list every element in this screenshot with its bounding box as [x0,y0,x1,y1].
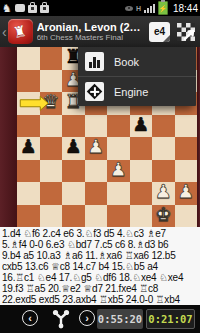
square-b3[interactable] [40,160,63,183]
square-c5[interactable] [62,115,85,138]
header-titles: Aronian, Levon (2… 6th Chess Masters Fin… [37,21,147,43]
square-g2[interactable]: ♟ [152,182,175,205]
game-title: Aronian, Levon (2… [37,21,147,33]
white-queen-b6: ♛ [42,91,59,114]
square-f2[interactable] [130,182,153,205]
app-logo-icon[interactable]: ♜ [8,19,33,44]
square-b5[interactable] [40,115,63,138]
bag-notification-icon-2 [40,5,49,13]
square-g3[interactable] [152,160,175,183]
bar-chart-icon [85,52,104,71]
square-h4[interactable] [175,137,198,160]
square-a3[interactable] [17,160,40,183]
square-b6[interactable]: ♛ [40,92,63,115]
green-clock: 0:21:07 [146,309,195,329]
black-pawn-f5: ♟ [132,114,149,137]
menu-item-book[interactable]: Book [78,47,196,76]
square-f5[interactable]: ♟ [130,115,153,138]
square-b1[interactable] [40,205,63,228]
move-line[interactable]: 5.♗f4 0-0 6.e3 ♘bd7 7.c5 c6 8.♗d3 b6 [2,239,198,250]
smart-stay-eye-icon [125,6,133,11]
badge-corner-fold [163,35,170,42]
menu-item-book-label: Book [114,56,139,68]
black-pawn-a4: ♟ [20,136,37,159]
square-g4[interactable] [152,137,175,160]
event-subtitle: 6th Chess Masters Final [37,33,147,43]
square-f4[interactable] [130,137,153,160]
chat-notification-icon [15,4,25,12]
dropdown-menu: Book Engine [78,47,196,106]
next-move-button[interactable]: › [79,310,95,326]
square-b2[interactable] [40,182,63,205]
square-h5[interactable] [175,115,198,138]
bottom-toolbar: ‹ › 0:55:20 0:21:07 [0,305,200,333]
crossed-flags-icon [85,82,104,101]
move-line[interactable]: 1.d4 ♘f6 2.c4 e6 3.♘f3 d5 4.♘c3 ♗e7 [2,228,198,239]
status-system-icons: H ⚡ 18:44 [125,1,198,15]
variation-fork-icon[interactable] [50,308,72,330]
move-list[interactable]: 1.d4 ♘f6 2.c4 e6 3.♘f3 d5 4.♘c3 ♗e7 5.♗f… [0,227,200,305]
knight-notification-icon: ♞ [2,3,12,14]
white-pawn-d4: ♟ [87,136,104,159]
square-g1[interactable]: ♚ [152,205,175,228]
battery-charging-icon: ⚡ [158,1,168,15]
square-a7[interactable] [17,70,40,93]
status-notification-icons: ♞ [2,3,49,14]
square-d2[interactable] [85,182,108,205]
back-caret-icon[interactable]: ‹ [2,25,7,39]
square-a6[interactable] [17,92,40,115]
hspa-data-icon: H [136,5,141,12]
square-d4[interactable]: ♟ [85,137,108,160]
square-e4[interactable] [107,137,130,160]
square-d1[interactable] [85,205,108,228]
app-logo-glyph: ♜ [12,23,28,40]
square-a1[interactable] [17,205,40,228]
move-line[interactable]: 19.f3 ♖a5 20.♕e2 ♕d7 21.fxe4 ♖c8 [2,283,198,294]
square-c2[interactable] [62,182,85,205]
square-b8[interactable] [40,47,63,70]
signal-strength-icon [144,4,155,13]
white-king-g1: ♚ [155,204,172,227]
square-e2[interactable] [107,182,130,205]
app-screen: ♞ H ⚡ 18:44 ‹ ♜ Aronian, Levon (2… 6th C… [0,0,200,333]
square-e3[interactable]: ♟ [107,160,130,183]
app-header: ‹ ♜ Aronian, Levon (2… 6th Chess Masters… [0,16,200,47]
square-a5[interactable] [17,115,40,138]
menu-item-engine-label: Engine [114,86,148,98]
square-d5[interactable] [85,115,108,138]
move-line[interactable]: 9.b4 a5 10.a3 ♗a6 11.♗xa6 ♖xa6 12.b5 [2,250,198,261]
bag-notification-icon [28,5,37,13]
square-h2[interactable]: ♟ [175,182,198,205]
square-b7[interactable] [40,70,63,93]
square-a4[interactable]: ♟ [17,137,40,160]
square-e1[interactable] [107,205,130,228]
menu-item-engine[interactable]: Engine [78,77,196,106]
white-pawn-h2: ♟ [177,181,194,204]
white-pawn-e3: ♟ [110,159,127,182]
white-pawn-g2: ♟ [155,181,172,204]
square-c3[interactable] [62,160,85,183]
black-pawn-c4: ♟ [65,136,82,159]
status-clock: 18:44 [173,3,198,14]
square-f1[interactable] [130,205,153,228]
square-c1[interactable] [62,205,85,228]
white-clock: 0:55:20 [97,309,143,329]
analysis-board-icon[interactable] [176,22,196,42]
move-line[interactable]: cxb5 13.c6 ♕c8 14.c7 b4 15.♘b5 a4 [2,261,198,272]
square-h1[interactable] [175,205,198,228]
square-a2[interactable] [17,182,40,205]
status-bar: ♞ H ⚡ 18:44 [0,0,200,16]
square-e5[interactable] [107,115,130,138]
square-d3[interactable] [85,160,108,183]
square-f3[interactable] [130,160,153,183]
current-move-button[interactable]: e4 [149,22,170,42]
move-line[interactable]: 22.exd5 exd5 23.axb4 ♖xb5 24.0-0 ♖xb4 [2,294,198,305]
square-c4[interactable]: ♟ [62,137,85,160]
square-b4[interactable] [40,137,63,160]
previous-move-button[interactable]: ‹ [22,310,38,326]
move-line[interactable]: 16.♖c1 ♘e4 17.♘g5 ♘df6 18.♘xe4 ♘xe4 [2,272,198,283]
square-a8[interactable] [17,47,40,70]
square-g5[interactable] [152,115,175,138]
square-h3[interactable] [175,160,198,183]
